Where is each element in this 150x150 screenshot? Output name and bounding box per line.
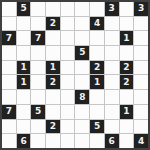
- empty-cell-r8c1[interactable]: [17, 120, 31, 134]
- empty-cell-r0c0[interactable]: [2, 2, 16, 16]
- empty-cell-r1c2[interactable]: [31, 17, 45, 31]
- empty-cell-r3c6[interactable]: [90, 46, 104, 60]
- empty-cell-r5c5[interactable]: [75, 75, 89, 89]
- clue-cell-r2c8: 1: [120, 31, 134, 45]
- empty-cell-r4c5[interactable]: [75, 61, 89, 75]
- empty-cell-r0c3[interactable]: [46, 2, 60, 16]
- empty-cell-r0c6[interactable]: [90, 2, 104, 16]
- empty-cell-r9c5[interactable]: [75, 134, 89, 148]
- empty-cell-r3c4[interactable]: [61, 46, 75, 60]
- clue-cell-r9c7: 6: [105, 134, 119, 148]
- empty-cell-r4c9[interactable]: [134, 61, 148, 75]
- empty-cell-r2c1[interactable]: [17, 31, 31, 45]
- empty-cell-r1c0[interactable]: [2, 17, 16, 31]
- empty-cell-r6c8[interactable]: [120, 90, 134, 104]
- clue-cell-r0c9: 3: [134, 2, 148, 16]
- empty-cell-r8c0[interactable]: [2, 120, 16, 134]
- empty-cell-r8c2[interactable]: [31, 120, 45, 134]
- clue-cell-r7c0: 7: [2, 105, 16, 119]
- empty-cell-r2c9[interactable]: [134, 31, 148, 45]
- empty-cell-r0c4[interactable]: [61, 2, 75, 16]
- clue-cell-r6c5: 8: [75, 90, 89, 104]
- empty-cell-r3c8[interactable]: [120, 46, 134, 60]
- empty-cell-r2c5[interactable]: [75, 31, 89, 45]
- empty-cell-r3c1[interactable]: [17, 46, 31, 60]
- empty-cell-r6c6[interactable]: [90, 90, 104, 104]
- empty-cell-r8c4[interactable]: [61, 120, 75, 134]
- empty-cell-r0c8[interactable]: [120, 2, 134, 16]
- clue-cell-r7c8: 1: [120, 105, 134, 119]
- empty-cell-r1c5[interactable]: [75, 17, 89, 31]
- empty-cell-r1c8[interactable]: [120, 17, 134, 31]
- empty-cell-r4c7[interactable]: [105, 61, 119, 75]
- empty-cell-r2c7[interactable]: [105, 31, 119, 45]
- empty-cell-r3c7[interactable]: [105, 46, 119, 60]
- clue-cell-r8c6: 5: [90, 120, 104, 134]
- empty-cell-r7c7[interactable]: [105, 105, 119, 119]
- empty-cell-r9c2[interactable]: [31, 134, 45, 148]
- empty-cell-r7c1[interactable]: [17, 105, 31, 119]
- empty-cell-r5c4[interactable]: [61, 75, 75, 89]
- empty-cell-r5c7[interactable]: [105, 75, 119, 89]
- empty-cell-r2c4[interactable]: [61, 31, 75, 45]
- clue-cell-r4c6: 2: [90, 61, 104, 75]
- clue-cell-r5c1: 1: [17, 75, 31, 89]
- clue-cell-r5c3: 2: [46, 75, 60, 89]
- empty-cell-r3c0[interactable]: [2, 46, 16, 60]
- empty-cell-r7c3[interactable]: [46, 105, 60, 119]
- clue-cell-r4c1: 1: [17, 61, 31, 75]
- empty-cell-r9c3[interactable]: [46, 134, 60, 148]
- clue-cell-r2c0: 7: [2, 31, 16, 45]
- empty-cell-r6c1[interactable]: [17, 90, 31, 104]
- empty-cell-r9c4[interactable]: [61, 134, 75, 148]
- clue-cell-r2c2: 7: [31, 31, 45, 45]
- clue-cell-r1c3: 2: [46, 17, 60, 31]
- empty-cell-r4c2[interactable]: [31, 61, 45, 75]
- empty-cell-r0c2[interactable]: [31, 2, 45, 16]
- empty-cell-r5c2[interactable]: [31, 75, 45, 89]
- empty-cell-r9c0[interactable]: [2, 134, 16, 148]
- clue-cell-r8c3: 2: [46, 120, 60, 134]
- empty-cell-r7c4[interactable]: [61, 105, 75, 119]
- clue-cell-r3c5: 5: [75, 46, 89, 60]
- empty-cell-r8c8[interactable]: [120, 120, 134, 134]
- empty-cell-r7c9[interactable]: [134, 105, 148, 119]
- empty-cell-r1c9[interactable]: [134, 17, 148, 31]
- empty-cell-r6c4[interactable]: [61, 90, 75, 104]
- empty-cell-r8c7[interactable]: [105, 120, 119, 134]
- clue-cell-r5c6: 1: [90, 75, 104, 89]
- clue-cell-r9c9: 4: [134, 134, 148, 148]
- empty-cell-r5c0[interactable]: [2, 75, 16, 89]
- empty-cell-r1c7[interactable]: [105, 17, 119, 31]
- empty-cell-r6c7[interactable]: [105, 90, 119, 104]
- empty-cell-r2c6[interactable]: [90, 31, 104, 45]
- empty-cell-r3c2[interactable]: [31, 46, 45, 60]
- clue-cell-r0c1: 5: [17, 2, 31, 16]
- empty-cell-r7c6[interactable]: [90, 105, 104, 119]
- clue-cell-r4c8: 2: [120, 61, 134, 75]
- empty-cell-r6c3[interactable]: [46, 90, 60, 104]
- empty-cell-r3c9[interactable]: [134, 46, 148, 60]
- empty-cell-r4c4[interactable]: [61, 61, 75, 75]
- empty-cell-r6c9[interactable]: [134, 90, 148, 104]
- empty-cell-r2c3[interactable]: [46, 31, 60, 45]
- minesweeper-board: 53324771511221212875125664: [0, 0, 150, 150]
- empty-cell-r7c5[interactable]: [75, 105, 89, 119]
- empty-cell-r1c4[interactable]: [61, 17, 75, 31]
- empty-cell-r5c9[interactable]: [134, 75, 148, 89]
- empty-cell-r4c0[interactable]: [2, 61, 16, 75]
- clue-cell-r9c1: 6: [17, 134, 31, 148]
- empty-cell-r6c0[interactable]: [2, 90, 16, 104]
- clue-cell-r0c7: 3: [105, 2, 119, 16]
- clue-cell-r4c3: 1: [46, 61, 60, 75]
- empty-cell-r6c2[interactable]: [31, 90, 45, 104]
- empty-cell-r8c9[interactable]: [134, 120, 148, 134]
- clue-cell-r1c6: 4: [90, 17, 104, 31]
- clue-cell-r5c8: 2: [120, 75, 134, 89]
- empty-cell-r9c8[interactable]: [120, 134, 134, 148]
- empty-cell-r9c6[interactable]: [90, 134, 104, 148]
- empty-cell-r8c5[interactable]: [75, 120, 89, 134]
- empty-cell-r0c5[interactable]: [75, 2, 89, 16]
- empty-cell-r3c3[interactable]: [46, 46, 60, 60]
- clue-cell-r7c2: 5: [31, 105, 45, 119]
- empty-cell-r1c1[interactable]: [17, 17, 31, 31]
